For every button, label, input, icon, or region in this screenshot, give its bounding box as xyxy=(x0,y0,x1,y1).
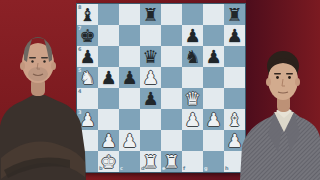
square-f5[interactable] xyxy=(182,67,203,88)
piece-black-pawn: ♟ xyxy=(140,88,161,109)
square-e8[interactable] xyxy=(161,4,182,25)
file-label-d: d xyxy=(141,166,145,171)
square-d2[interactable] xyxy=(140,130,161,151)
square-e5[interactable] xyxy=(161,67,182,88)
square-d7[interactable] xyxy=(140,25,161,46)
square-c5[interactable]: ♟ xyxy=(119,67,140,88)
square-c8[interactable] xyxy=(119,4,140,25)
square-b2[interactable]: ♟ xyxy=(98,130,119,151)
square-b5[interactable]: ♟ xyxy=(98,67,119,88)
square-g6[interactable]: ♟ xyxy=(203,46,224,67)
square-b8[interactable] xyxy=(98,4,119,25)
piece-black-rook: ♜ xyxy=(140,4,161,25)
file-label-g: g xyxy=(204,166,208,171)
square-f1[interactable]: f xyxy=(182,151,203,172)
piece-white-king: ♚ xyxy=(98,151,119,172)
piece-black-pawn: ♟ xyxy=(119,67,140,88)
piece-black-pawn: ♟ xyxy=(203,46,224,67)
file-label-c: c xyxy=(120,166,123,171)
file-label-e: e xyxy=(162,166,165,171)
right-player-portrait xyxy=(238,0,320,180)
square-c3[interactable] xyxy=(119,109,140,130)
square-b3[interactable] xyxy=(98,109,119,130)
square-g8[interactable] xyxy=(203,4,224,25)
square-c7[interactable] xyxy=(119,25,140,46)
piece-black-pawn: ♟ xyxy=(98,67,119,88)
square-c4[interactable] xyxy=(119,88,140,109)
square-b1[interactable]: ♚b xyxy=(98,151,119,172)
piece-white-pawn: ♟ xyxy=(98,130,119,151)
piece-white-pawn: ♟ xyxy=(140,67,161,88)
square-g3[interactable]: ♟ xyxy=(203,109,224,130)
piece-white-rook: ♜ xyxy=(140,151,161,172)
square-b6[interactable] xyxy=(98,46,119,67)
file-label-b: b xyxy=(99,166,103,171)
file-label-h: h xyxy=(225,166,229,171)
square-f7[interactable]: ♟ xyxy=(182,25,203,46)
square-d8[interactable]: ♜ xyxy=(140,4,161,25)
square-f3[interactable]: ♟ xyxy=(182,109,203,130)
square-d1[interactable]: ♜d xyxy=(140,151,161,172)
scene: ♝8♜♜♚7♟♟♟6♛♞♟♞5♟♟♟4♟♛♟3♟♟♝2♟♟♟1a♚bc♜d♜ef… xyxy=(0,0,320,180)
file-label-f: f xyxy=(183,166,185,171)
left-player-portrait xyxy=(0,0,86,180)
chess-board: ♝8♜♜♚7♟♟♟6♛♞♟♞5♟♟♟4♟♛♟3♟♟♝2♟♟♟1a♚bc♜d♜ef… xyxy=(76,3,246,173)
piece-white-queen: ♛ xyxy=(182,88,203,109)
piece-white-pawn: ♟ xyxy=(203,109,224,130)
square-e1[interactable]: ♜e xyxy=(161,151,182,172)
square-d3[interactable] xyxy=(140,109,161,130)
square-g4[interactable] xyxy=(203,88,224,109)
piece-black-queen: ♛ xyxy=(140,46,161,67)
square-d4[interactable]: ♟ xyxy=(140,88,161,109)
square-c2[interactable]: ♟ xyxy=(119,130,140,151)
square-g5[interactable] xyxy=(203,67,224,88)
square-g1[interactable]: g xyxy=(203,151,224,172)
square-e4[interactable] xyxy=(161,88,182,109)
square-d6[interactable]: ♛ xyxy=(140,46,161,67)
piece-black-knight: ♞ xyxy=(182,46,203,67)
piece-white-pawn: ♟ xyxy=(182,109,203,130)
square-b4[interactable] xyxy=(98,88,119,109)
piece-white-rook: ♜ xyxy=(161,151,182,172)
person-silhouette-icon xyxy=(240,0,320,180)
square-c6[interactable] xyxy=(119,46,140,67)
square-f8[interactable] xyxy=(182,4,203,25)
square-d5[interactable]: ♟ xyxy=(140,67,161,88)
square-e2[interactable] xyxy=(161,130,182,151)
square-e7[interactable] xyxy=(161,25,182,46)
square-c1[interactable]: c xyxy=(119,151,140,172)
square-e3[interactable] xyxy=(161,109,182,130)
square-g2[interactable] xyxy=(203,130,224,151)
square-f4[interactable]: ♛ xyxy=(182,88,203,109)
square-f6[interactable]: ♞ xyxy=(182,46,203,67)
square-e6[interactable] xyxy=(161,46,182,67)
square-g7[interactable] xyxy=(203,25,224,46)
piece-black-pawn: ♟ xyxy=(182,25,203,46)
piece-white-pawn: ♟ xyxy=(119,130,140,151)
square-f2[interactable] xyxy=(182,130,203,151)
square-b7[interactable] xyxy=(98,25,119,46)
person-silhouette-icon xyxy=(0,0,86,180)
